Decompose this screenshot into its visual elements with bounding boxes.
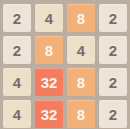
tile-r3c2-value-32: 32 xyxy=(35,68,63,96)
tile-r4c4-value-2: 2 xyxy=(99,100,127,128)
tile-r2c3-value-4: 4 xyxy=(67,36,95,64)
tile-r3c4-value-2: 2 xyxy=(99,68,127,96)
tile-r2c1-value-2: 2 xyxy=(3,36,31,64)
tile-r4c3-value-8: 8 xyxy=(67,100,95,128)
tile-r1c3-value-8: 8 xyxy=(67,4,95,32)
tile-r3c1-value-4: 4 xyxy=(3,68,31,96)
tile-r3c3-value-8: 8 xyxy=(67,68,95,96)
board-2048[interactable]: 248228424328243282 xyxy=(0,0,130,129)
tile-r4c1-value-4: 4 xyxy=(3,100,31,128)
tile-r1c2-value-4: 4 xyxy=(35,4,63,32)
tile-r2c4-value-2: 2 xyxy=(99,36,127,64)
tile-r2c2-value-8: 8 xyxy=(35,36,63,64)
tile-r4c2-value-32: 32 xyxy=(35,100,63,128)
tile-r1c4-value-2: 2 xyxy=(99,4,127,32)
tile-r1c1-value-2: 2 xyxy=(3,4,31,32)
